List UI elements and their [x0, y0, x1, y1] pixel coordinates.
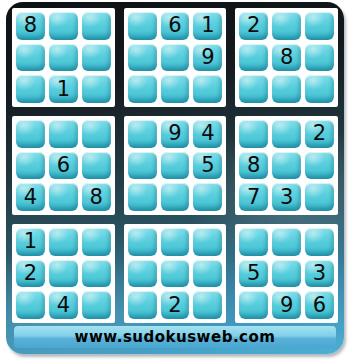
given-digit: 6 — [313, 295, 326, 316]
given-digit: 4 — [201, 123, 214, 144]
sudoku-cell-r8c7[interactable]: 5 — [239, 260, 268, 288]
sudoku-cell-r7c1[interactable]: 1 — [16, 228, 45, 256]
sudoku-cell-r1c3[interactable] — [82, 12, 111, 40]
sudoku-box-1: 81 — [12, 8, 115, 107]
sudoku-cell-r1c1[interactable]: 8 — [16, 12, 45, 40]
sudoku-cell-r2c5[interactable] — [161, 44, 190, 72]
sudoku-cell-r3c6[interactable] — [193, 75, 222, 103]
sudoku-cell-r6c3[interactable]: 8 — [82, 183, 111, 211]
sudoku-cell-r2c8[interactable]: 8 — [272, 44, 301, 72]
given-digit: 1 — [24, 231, 37, 252]
sudoku-cell-r1c8[interactable] — [272, 12, 301, 40]
sudoku-cell-r3c1[interactable] — [16, 75, 45, 103]
sudoku-cell-r5c5[interactable] — [161, 152, 190, 180]
sudoku-cell-r4c1[interactable] — [16, 120, 45, 148]
sudoku-cell-r7c8[interactable] — [272, 228, 301, 256]
sudoku-cell-r5c8[interactable] — [272, 152, 301, 180]
given-digit: 8 — [280, 47, 293, 68]
given-digit: 2 — [168, 295, 181, 316]
sudoku-cell-r9c2[interactable]: 4 — [49, 291, 78, 319]
given-digit: 9 — [168, 123, 181, 144]
sudoku-cell-r7c3[interactable] — [82, 228, 111, 256]
page: 8161928648945287312425396 www.sudokusweb… — [0, 0, 350, 360]
sudoku-cell-r8c5[interactable] — [161, 260, 190, 288]
sudoku-cell-r6c9[interactable] — [305, 183, 334, 211]
sudoku-box-7: 124 — [12, 224, 115, 323]
given-digit: 2 — [24, 263, 37, 284]
sudoku-cell-r7c5[interactable] — [161, 228, 190, 256]
sudoku-cell-r7c4[interactable] — [128, 228, 157, 256]
sudoku-cell-r3c7[interactable] — [239, 75, 268, 103]
sudoku-cell-r9c7[interactable] — [239, 291, 268, 319]
given-digit: 6 — [57, 155, 70, 176]
sudoku-cell-r7c2[interactable] — [49, 228, 78, 256]
sudoku-box-8: 2 — [124, 224, 227, 323]
website-link[interactable]: www.sudokusweb.com — [75, 328, 276, 346]
given-digit: 5 — [201, 155, 214, 176]
sudoku-cell-r2c6[interactable]: 9 — [193, 44, 222, 72]
given-digit: 8 — [24, 15, 37, 36]
sudoku-cell-r6c1[interactable]: 4 — [16, 183, 45, 211]
sudoku-box-2: 619 — [124, 8, 227, 107]
sudoku-cell-r5c2[interactable]: 6 — [49, 152, 78, 180]
sudoku-cell-r6c6[interactable] — [193, 183, 222, 211]
given-digit: 3 — [313, 263, 326, 284]
given-digit: 8 — [90, 187, 103, 208]
given-digit: 9 — [280, 295, 293, 316]
footer-bar: www.sudokusweb.com — [14, 326, 336, 348]
given-digit: 8 — [247, 155, 260, 176]
sudoku-cell-r4c5[interactable]: 9 — [161, 120, 190, 148]
sudoku-cell-r4c9[interactable]: 2 — [305, 120, 334, 148]
sudoku-cell-r3c2[interactable]: 1 — [49, 75, 78, 103]
sudoku-cell-r3c4[interactable] — [128, 75, 157, 103]
sudoku-cell-r5c3[interactable] — [82, 152, 111, 180]
sudoku-cell-r7c9[interactable] — [305, 228, 334, 256]
sudoku-cell-r1c6[interactable]: 1 — [193, 12, 222, 40]
given-digit: 5 — [247, 263, 260, 284]
sudoku-box-3: 28 — [235, 8, 338, 107]
sudoku-grid: 8161928648945287312425396 — [12, 8, 338, 323]
sudoku-cell-r2c4[interactable] — [128, 44, 157, 72]
sudoku-cell-r1c4[interactable] — [128, 12, 157, 40]
sudoku-cell-r7c6[interactable] — [193, 228, 222, 256]
given-digit: 6 — [168, 15, 181, 36]
given-digit: 2 — [247, 15, 260, 36]
sudoku-cell-r1c9[interactable] — [305, 12, 334, 40]
sudoku-cell-r6c2[interactable] — [49, 183, 78, 211]
given-digit: 4 — [57, 295, 70, 316]
sudoku-cell-r1c5[interactable]: 6 — [161, 12, 190, 40]
sudoku-cell-r8c1[interactable]: 2 — [16, 260, 45, 288]
sudoku-box-5: 945 — [124, 116, 227, 215]
sudoku-cell-r5c4[interactable] — [128, 152, 157, 180]
sudoku-cell-r7c7[interactable] — [239, 228, 268, 256]
given-digit: 1 — [57, 79, 70, 100]
given-digit: 1 — [201, 15, 214, 36]
sudoku-cell-r2c7[interactable] — [239, 44, 268, 72]
given-digit: 9 — [201, 47, 214, 68]
sudoku-cell-r4c6[interactable]: 4 — [193, 120, 222, 148]
sudoku-cell-r2c3[interactable] — [82, 44, 111, 72]
given-digit: 7 — [247, 187, 260, 208]
sudoku-box-6: 2873 — [235, 116, 338, 215]
sudoku-cell-r2c1[interactable] — [16, 44, 45, 72]
sudoku-cell-r9c9[interactable]: 6 — [305, 291, 334, 319]
sudoku-cell-r5c1[interactable] — [16, 152, 45, 180]
sudoku-cell-r3c8[interactable] — [272, 75, 301, 103]
sudoku-cell-r2c2[interactable] — [49, 44, 78, 72]
sudoku-cell-r5c6[interactable]: 5 — [193, 152, 222, 180]
sudoku-box-9: 5396 — [235, 224, 338, 323]
sudoku-cell-r4c7[interactable] — [239, 120, 268, 148]
sudoku-box-4: 648 — [12, 116, 115, 215]
sudoku-cell-r9c3[interactable] — [82, 291, 111, 319]
given-digit: 4 — [24, 187, 37, 208]
sudoku-cell-r8c3[interactable] — [82, 260, 111, 288]
sudoku-cell-r6c4[interactable] — [128, 183, 157, 211]
sudoku-cell-r1c2[interactable] — [49, 12, 78, 40]
sudoku-cell-r8c9[interactable]: 3 — [305, 260, 334, 288]
sudoku-cell-r6c7[interactable]: 7 — [239, 183, 268, 211]
sudoku-board: 8161928648945287312425396 www.sudokusweb… — [6, 2, 344, 354]
sudoku-cell-r5c9[interactable] — [305, 152, 334, 180]
sudoku-cell-r3c3[interactable] — [82, 75, 111, 103]
sudoku-cell-r5c7[interactable]: 8 — [239, 152, 268, 180]
sudoku-cell-r2c9[interactable] — [305, 44, 334, 72]
sudoku-cell-r4c4[interactable] — [128, 120, 157, 148]
sudoku-cell-r3c9[interactable] — [305, 75, 334, 103]
sudoku-cell-r9c5[interactable]: 2 — [161, 291, 190, 319]
sudoku-cell-r6c8[interactable]: 3 — [272, 183, 301, 211]
sudoku-cell-r1c7[interactable]: 2 — [239, 12, 268, 40]
sudoku-cell-r9c4[interactable] — [128, 291, 157, 319]
sudoku-cell-r4c3[interactable] — [82, 120, 111, 148]
sudoku-cell-r6c5[interactable] — [161, 183, 190, 211]
sudoku-cell-r8c2[interactable] — [49, 260, 78, 288]
sudoku-cell-r4c2[interactable] — [49, 120, 78, 148]
sudoku-cell-r3c5[interactable] — [161, 75, 190, 103]
given-digit: 2 — [313, 123, 326, 144]
sudoku-cell-r9c6[interactable] — [193, 291, 222, 319]
sudoku-cell-r9c1[interactable] — [16, 291, 45, 319]
sudoku-cell-r9c8[interactable]: 9 — [272, 291, 301, 319]
sudoku-cell-r4c8[interactable] — [272, 120, 301, 148]
given-digit: 3 — [280, 187, 293, 208]
sudoku-cell-r8c8[interactable] — [272, 260, 301, 288]
sudoku-cell-r8c6[interactable] — [193, 260, 222, 288]
sudoku-cell-r8c4[interactable] — [128, 260, 157, 288]
